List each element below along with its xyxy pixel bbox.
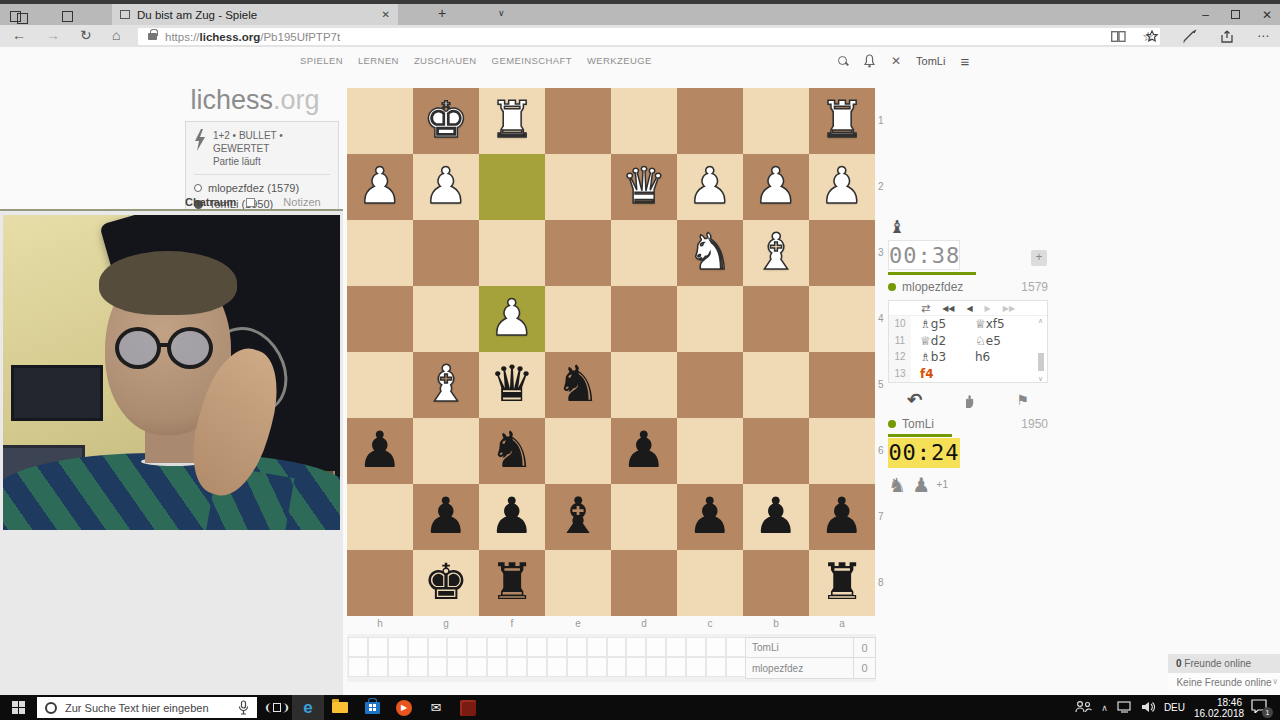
webcam-video — [3, 215, 340, 530]
square-f4[interactable]: ♟ — [479, 286, 545, 352]
square-h6[interactable]: ♟ — [347, 418, 413, 484]
rank-label-2: 2 — [878, 154, 884, 220]
square-c1[interactable] — [677, 88, 743, 154]
move-panel: ⇄ ◀◀ ◀ ▶ ▶▶ 10♗g5♕xf511♕d2♘e512♗b3h613f4… — [888, 300, 1048, 383]
crosstable-cell — [428, 657, 448, 677]
webcam-window — [0, 209, 343, 695]
tray-clock[interactable]: 18:46 16.02.2018 — [1194, 697, 1242, 719]
file-label-h: h — [347, 618, 413, 629]
rank-label-6: 6 — [878, 418, 884, 484]
crosstable-cell — [626, 637, 646, 657]
tab-notizen[interactable]: Notizen — [283, 196, 320, 208]
top-player-rating: 1579 — [1021, 280, 1048, 294]
square-b6[interactable] — [743, 418, 809, 484]
square-f2[interactable] — [479, 154, 545, 220]
crosstable-cell — [706, 657, 726, 677]
piece-a1: ♜ — [809, 88, 875, 154]
piece-e7: ♝ — [545, 484, 611, 550]
crosstable-cell — [507, 657, 527, 677]
square-a5[interactable] — [809, 352, 875, 418]
square-h5[interactable] — [347, 352, 413, 418]
piece-g8: ♚ — [413, 550, 479, 616]
file-label-f: f — [479, 618, 545, 629]
piece-b3: ♝ — [743, 220, 809, 286]
windows-logo-icon — [12, 701, 25, 714]
square-f1[interactable]: ♜ — [479, 88, 545, 154]
crosstable-cell — [527, 637, 547, 657]
start-button[interactable] — [0, 695, 36, 720]
crosstable-cell — [408, 657, 428, 677]
language-indicator[interactable]: DEU — [1164, 702, 1185, 713]
square-c4[interactable] — [677, 286, 743, 352]
white-move[interactable]: f4 — [911, 366, 975, 383]
menu-icon[interactable]: ≡ — [960, 53, 969, 70]
white-player[interactable]: mlopezfdez (1579) — [208, 180, 299, 196]
move-row-11: 11♕d2♘e5 — [889, 333, 1047, 350]
white-move[interactable]: ♗g5 — [911, 316, 975, 333]
crosstable-cell — [348, 657, 368, 677]
square-a3[interactable] — [809, 220, 875, 286]
tab-list-chevron-icon[interactable]: ∨ — [498, 8, 505, 18]
square-e4[interactable] — [545, 286, 611, 352]
piece-g1: ♚ — [413, 88, 479, 154]
crosstable-cell — [408, 637, 428, 657]
crosstable-grid — [348, 637, 746, 677]
piece-a2: ♟ — [809, 154, 875, 220]
white-color-icon — [194, 184, 202, 192]
square-c2[interactable]: ♟ — [677, 154, 743, 220]
crosstable-cell — [348, 637, 368, 657]
move-number: 12 — [889, 349, 911, 366]
piece-f4: ♟ — [479, 286, 545, 352]
crosstable-cell — [447, 657, 467, 677]
crosstable-cell — [686, 657, 706, 677]
file-label-g: g — [413, 618, 479, 629]
hub-icon[interactable] — [1144, 30, 1160, 43]
notification-badge: 1 — [1262, 707, 1273, 718]
task-view-button[interactable]: ❨❩ — [264, 695, 290, 720]
close-button[interactable]: ✕ — [1262, 8, 1272, 22]
square-f5[interactable]: ♛ — [479, 352, 545, 418]
rank-label-8: 8 — [878, 550, 884, 616]
reading-view-icon[interactable] — [1111, 31, 1126, 42]
friends-header[interactable]: 0 Freunde online — [1168, 654, 1280, 673]
nav-zuschauen[interactable]: ZUSCHAUEN — [414, 55, 477, 66]
square-h8[interactable] — [347, 550, 413, 616]
crosstable-cell — [646, 637, 666, 657]
white-move[interactable]: ♕d2 — [911, 333, 975, 350]
game-status: Partie läuft — [213, 155, 330, 168]
screen: Du bist am Zug - Spiele ✕ + ∨ – ✕ ← → ↻ … — [0, 0, 1280, 720]
rank-label-4: 4 — [878, 286, 884, 352]
browser-toolbar: ← → ↻ ⌂ https://lichess.org/Pb195UfPTP7t… — [0, 25, 1280, 47]
browser-tab[interactable]: Du bist am Zug - Spiele ✕ — [112, 4, 398, 25]
crosstable-cell — [388, 637, 408, 657]
square-a1[interactable]: ♜ — [809, 88, 875, 154]
crosstable-cell — [706, 637, 726, 657]
file-label-d: d — [611, 618, 677, 629]
bell-icon[interactable] — [863, 54, 876, 68]
glasses — [115, 327, 161, 369]
move-row-12: 12♗b3h6 — [889, 349, 1047, 366]
piece-b7: ♟ — [743, 484, 809, 550]
taskbar-groove-icon[interactable]: ▶ — [388, 695, 420, 720]
action-center-icon[interactable]: 1 — [1251, 695, 1271, 720]
volume-icon[interactable] — [1141, 699, 1155, 717]
crosstable: TomLi0 mlopezfdez0 — [347, 634, 876, 682]
captured-by-black: ♞ ♟ +1 — [888, 473, 948, 497]
crosstable-cell — [467, 657, 487, 677]
lichess-logo[interactable]: lichess.org — [170, 85, 340, 116]
piece-b2: ♟ — [743, 154, 809, 220]
square-a8[interactable]: ♜ — [809, 550, 875, 616]
file-labels: hgfedcba — [347, 618, 875, 629]
file-label-e: e — [545, 618, 611, 629]
top-player-row: mlopezfdez 1579 — [888, 279, 1048, 295]
piece-d6: ♟ — [611, 418, 677, 484]
square-d3[interactable] — [611, 220, 677, 286]
nav-gemeinschaft[interactable]: GEMEINSCHAFT — [492, 55, 572, 66]
give-time-button[interactable]: + — [1031, 250, 1047, 266]
taskbar: Zur Suche Text hier eingeben ❨❩ e ▶ ✉ ∧ … — [0, 695, 1280, 720]
rank-label-3: 3 — [878, 220, 884, 286]
rank-labels: 12345678 — [878, 88, 884, 616]
piece-e5: ♞ — [545, 352, 611, 418]
square-e6[interactable] — [545, 418, 611, 484]
nav-spielen[interactable]: SPIELEN — [300, 55, 343, 66]
move-row-13: 13f4 — [889, 366, 1047, 383]
crosstable-row: TomLi0 — [745, 637, 876, 658]
replay-controls: ⇄ ◀◀ ◀ ▶ ▶▶ — [889, 301, 1047, 316]
square-c3[interactable]: ♞ — [677, 220, 743, 286]
square-c5[interactable] — [677, 352, 743, 418]
tray-date: 16.02.2018 — [1194, 708, 1242, 719]
crosstable-cell — [368, 657, 388, 677]
square-e3[interactable] — [545, 220, 611, 286]
share-icon[interactable] — [1219, 30, 1235, 43]
scroll-thumb[interactable] — [1038, 353, 1044, 371]
square-g2[interactable]: ♟ — [413, 154, 479, 220]
crosstable-cell — [587, 637, 607, 657]
chess-board[interactable]: ♚♜♜♟♟♛♟♟♟♞♝♟♝♛♞♟♞♟♟♟♝♟♟♟♚♜♜ — [347, 88, 875, 616]
piece-g5: ♝ — [413, 352, 479, 418]
piece-a7: ♟ — [809, 484, 875, 550]
prev-move-icon[interactable]: ◀ — [966, 304, 972, 313]
taskbar-app-icon[interactable] — [452, 695, 484, 720]
square-d7[interactable] — [611, 484, 677, 550]
friends-toggle-icon[interactable]: ∨ — [1272, 672, 1278, 691]
crosstable-cell — [686, 637, 706, 657]
move-scrollbar[interactable]: ∧ ∨ — [1037, 317, 1046, 383]
bottom-player-row: TomLi 1950 — [888, 416, 1048, 432]
square-g5[interactable]: ♝ — [413, 352, 479, 418]
scroll-up-icon[interactable]: ∧ — [1038, 317, 1043, 325]
square-b1[interactable] — [743, 88, 809, 154]
tray-time: 18:46 — [1194, 697, 1242, 708]
piece-f5: ♛ — [479, 352, 545, 418]
top-clock: 00:38 — [888, 240, 960, 270]
square-g8[interactable]: ♚ — [413, 550, 479, 616]
crosstable-cell — [666, 657, 686, 677]
flip-board-icon[interactable]: ⇄ — [921, 302, 930, 315]
crosstable-cell — [527, 657, 547, 677]
search-icon[interactable] — [838, 56, 848, 66]
crosstable-cell — [507, 637, 527, 657]
friends-empty: Keine Freunde online ∨ — [1168, 673, 1280, 692]
square-f3[interactable] — [479, 220, 545, 286]
piece-c7: ♟ — [677, 484, 743, 550]
last-move-icon[interactable]: ▶▶ — [1003, 304, 1015, 313]
piece-f1: ♜ — [479, 88, 545, 154]
lichess-nav: SPIELEN LERNEN ZUSCHAUEN GEMEINSCHAFT WE… — [300, 55, 652, 66]
takeback-button[interactable]: ↶ — [907, 389, 922, 411]
square-b2[interactable]: ♟ — [743, 154, 809, 220]
piece-f7: ♟ — [479, 484, 545, 550]
reload-button[interactable]: ↻ — [80, 27, 92, 43]
square-h3[interactable] — [347, 220, 413, 286]
square-h2[interactable]: ♟ — [347, 154, 413, 220]
square-d4[interactable] — [611, 286, 677, 352]
bottom-player-name[interactable]: TomLi — [902, 417, 1015, 431]
game-type: 1+2 • BULLET • GEWERTET — [213, 129, 330, 155]
file-label-c: c — [677, 618, 743, 629]
crosstable-cell — [607, 657, 627, 677]
square-a6[interactable] — [809, 418, 875, 484]
taskbar-mail-icon[interactable]: ✉ — [420, 695, 452, 720]
crosstable-cell — [646, 657, 666, 677]
square-g1[interactable]: ♚ — [413, 88, 479, 154]
piece-h2: ♟ — [347, 154, 413, 220]
set-tabs-aside-icon[interactable] — [10, 8, 32, 26]
poster — [11, 365, 103, 421]
square-d8[interactable] — [611, 550, 677, 616]
bottom-player-rating: 1950 — [1021, 417, 1048, 431]
move-list: 10♗g5♕xf511♕d2♘e512♗b3h613f4 — [889, 316, 1047, 382]
tab-close-icon[interactable]: ✕ — [382, 9, 390, 20]
tray-expand-icon[interactable]: ∧ — [1101, 703, 1108, 713]
square-a2[interactable]: ♟ — [809, 154, 875, 220]
square-e5[interactable]: ♞ — [545, 352, 611, 418]
rank-label-7: 7 — [878, 484, 884, 550]
scroll-down-icon[interactable]: ∨ — [1038, 375, 1043, 383]
square-d1[interactable] — [611, 88, 677, 154]
taskbar-edge-icon[interactable]: e — [292, 695, 324, 720]
square-h1[interactable] — [347, 88, 413, 154]
online-dot — [888, 420, 896, 428]
crosstable-row: mlopezfdez0 — [745, 658, 876, 679]
browser-tabbar: Du bist am Zug - Spiele ✕ + ∨ – ✕ — [0, 4, 1280, 25]
piece-g7: ♟ — [413, 484, 479, 550]
new-tab-button[interactable]: + — [438, 5, 446, 21]
first-move-icon[interactable]: ◀◀ — [942, 304, 954, 313]
piece-d2: ♛ — [611, 154, 677, 220]
material-advantage: +1 — [937, 479, 948, 490]
piece-c3: ♞ — [677, 220, 743, 286]
crosstable-cell — [428, 637, 448, 657]
online-dot — [888, 283, 896, 291]
square-b4[interactable] — [743, 286, 809, 352]
rank-label-1: 1 — [878, 88, 884, 154]
draw-offer-hand-icon[interactable] — [961, 392, 978, 409]
bottom-clock: 00:24 — [888, 438, 960, 468]
nav-werkzeuge[interactable]: WERKZEUGE — [587, 55, 652, 66]
piece-f8: ♜ — [479, 550, 545, 616]
square-c8[interactable] — [677, 550, 743, 616]
crosstable-cell — [547, 637, 567, 657]
file-label-a: a — [809, 618, 875, 629]
rank-label-5: 5 — [878, 352, 884, 418]
game-action-buttons: ↶ ⚑ — [888, 389, 1048, 411]
chat-tabs: Chatraum Notizen — [185, 195, 343, 209]
square-e7[interactable]: ♝ — [545, 484, 611, 550]
move-number: 13 — [889, 366, 911, 383]
square-d5[interactable] — [611, 352, 677, 418]
square-g4[interactable] — [413, 286, 479, 352]
square-d6[interactable]: ♟ — [611, 418, 677, 484]
resign-flag-button[interactable]: ⚑ — [1016, 392, 1029, 408]
nav-username[interactable]: TomLi — [916, 55, 945, 67]
square-b3[interactable]: ♝ — [743, 220, 809, 286]
bullet-bolt-icon — [194, 129, 205, 151]
restore-button[interactable] — [1231, 10, 1240, 19]
crosstable-cell — [467, 637, 487, 657]
square-a4[interactable] — [809, 286, 875, 352]
more-menu-icon[interactable]: ⋯ — [1257, 29, 1270, 43]
piece-f6: ♞ — [479, 418, 545, 484]
file-label-b: b — [743, 618, 809, 629]
friends-box: 0 Freunde online Keine Freunde online ∨ — [1168, 654, 1280, 692]
top-player-name[interactable]: mlopezfdez — [902, 280, 1015, 294]
move-row-10: 10♗g5♕xf5 — [889, 316, 1047, 333]
crosstable-cell — [487, 637, 507, 657]
square-e1[interactable] — [545, 88, 611, 154]
crosstable-cell — [726, 637, 746, 657]
crosstable-cell — [567, 637, 587, 657]
address-bar[interactable]: https://lichess.org/Pb195UfPTP7t ☆ — [138, 28, 1160, 45]
mic-icon[interactable] — [238, 700, 249, 715]
crosstable-cell — [487, 657, 507, 677]
move-number: 10 — [889, 316, 911, 333]
captured-by-white: ♝ — [889, 216, 905, 237]
crosstable-cell — [587, 657, 607, 677]
lock-icon — [148, 33, 157, 40]
tab-favicon — [120, 10, 130, 19]
square-a7[interactable]: ♟ — [809, 484, 875, 550]
piece-a8: ♜ — [809, 550, 875, 616]
cortana-icon — [45, 702, 57, 714]
square-f8[interactable]: ♜ — [479, 550, 545, 616]
crosstable-cell — [547, 657, 567, 677]
tab-title: Du bist am Zug - Spiele — [137, 9, 376, 21]
square-b7[interactable]: ♟ — [743, 484, 809, 550]
square-d2[interactable]: ♛ — [611, 154, 677, 220]
people-icon[interactable] — [1075, 699, 1092, 717]
taskbar-search[interactable]: Zur Suche Text hier eingeben — [37, 697, 257, 718]
back-button[interactable]: ← — [12, 27, 26, 43]
square-c7[interactable]: ♟ — [677, 484, 743, 550]
challenges-icon[interactable]: ✕ — [891, 54, 901, 68]
square-g3[interactable] — [413, 220, 479, 286]
piece-c2: ♟ — [677, 154, 743, 220]
piece-g2: ♟ — [413, 154, 479, 220]
forward-button[interactable]: → — [46, 27, 60, 43]
crosstable-cell — [447, 637, 467, 657]
crosstable-cell — [567, 657, 587, 677]
square-h7[interactable] — [347, 484, 413, 550]
square-g7[interactable]: ♟ — [413, 484, 479, 550]
tabs-preview-icon[interactable] — [62, 8, 73, 26]
square-f7[interactable]: ♟ — [479, 484, 545, 550]
square-e2[interactable] — [545, 154, 611, 220]
piece-h6: ♟ — [347, 418, 413, 484]
minimize-button[interactable]: – — [1202, 8, 1209, 22]
bottom-time-bar — [888, 434, 952, 437]
chat-toggle-checkbox[interactable] — [246, 198, 255, 207]
crosstable-cell — [626, 657, 646, 677]
network-icon[interactable] — [1117, 699, 1132, 717]
crosstable-cell — [607, 637, 627, 657]
url-text[interactable]: https://lichess.org/Pb195UfPTP7t — [165, 31, 340, 43]
crosstable-cell — [666, 637, 686, 657]
square-c6[interactable] — [677, 418, 743, 484]
tab-chatraum[interactable]: Chatraum — [185, 196, 236, 208]
move-number: 11 — [889, 333, 911, 350]
home-button[interactable]: ⌂ — [112, 27, 120, 43]
square-g6[interactable] — [413, 418, 479, 484]
top-time-bar — [888, 272, 976, 275]
crosstable-cell — [368, 637, 388, 657]
search-placeholder: Zur Suche Text hier eingeben — [65, 702, 238, 714]
crosstable-cell — [726, 657, 746, 677]
white-move[interactable]: ♗b3 — [911, 349, 975, 366]
annotate-pen-icon[interactable] — [1182, 29, 1197, 43]
square-b8[interactable] — [743, 550, 809, 616]
square-e8[interactable] — [545, 550, 611, 616]
square-f6[interactable]: ♞ — [479, 418, 545, 484]
nav-lernen[interactable]: LERNEN — [358, 55, 399, 66]
square-h4[interactable] — [347, 286, 413, 352]
square-b5[interactable] — [743, 352, 809, 418]
crosstable-cell — [388, 657, 408, 677]
taskbar-store-icon[interactable] — [356, 695, 388, 720]
taskbar-explorer-icon[interactable] — [324, 695, 356, 720]
next-move-icon[interactable]: ▶ — [985, 304, 991, 313]
